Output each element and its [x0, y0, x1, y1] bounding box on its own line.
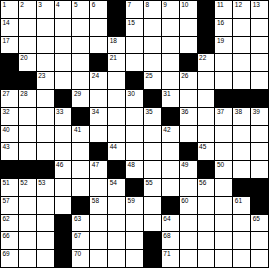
white-cell[interactable]: 37 [215, 108, 232, 125]
white-cell[interactable] [251, 126, 268, 143]
white-cell[interactable] [144, 54, 161, 71]
white-cell[interactable] [72, 19, 89, 36]
clue-number: 1 [3, 1, 7, 8]
clue-number: 57 [3, 197, 10, 204]
white-cell[interactable] [251, 19, 268, 36]
clue-number: 19 [217, 37, 224, 44]
white-cell[interactable] [251, 250, 268, 267]
black-cell [198, 161, 215, 178]
white-cell[interactable]: 71 [162, 250, 179, 267]
white-cell[interactable] [215, 179, 232, 196]
black-cell [162, 197, 179, 214]
white-cell[interactable] [215, 215, 232, 232]
white-cell[interactable] [198, 108, 215, 125]
white-cell[interactable] [251, 54, 268, 71]
white-cell[interactable] [37, 215, 54, 232]
white-cell[interactable] [72, 161, 89, 178]
white-cell[interactable] [251, 37, 268, 54]
black-cell [233, 90, 250, 107]
white-cell[interactable] [198, 232, 215, 249]
white-cell[interactable] [162, 54, 179, 71]
white-cell[interactable]: 20 [19, 54, 36, 71]
white-cell[interactable] [19, 215, 36, 232]
white-cell[interactable]: 47 [90, 161, 107, 178]
black-cell [180, 54, 197, 71]
white-cell[interactable] [215, 197, 232, 214]
black-cell [162, 108, 179, 125]
white-cell[interactable]: 12 [233, 1, 250, 18]
white-cell[interactable] [180, 19, 197, 36]
white-cell[interactable] [19, 108, 36, 125]
black-cell [144, 250, 161, 267]
white-cell[interactable] [126, 143, 143, 160]
white-cell[interactable]: 58 [90, 197, 107, 214]
white-cell[interactable] [144, 143, 161, 160]
white-cell[interactable]: 68 [162, 232, 179, 249]
white-cell[interactable] [180, 250, 197, 267]
white-cell[interactable] [233, 37, 250, 54]
clue-number: 46 [56, 161, 63, 168]
black-cell [19, 161, 36, 178]
clue-number: 14 [3, 19, 10, 26]
black-cell [126, 72, 143, 89]
white-cell[interactable]: 10 [180, 1, 197, 18]
white-cell[interactable] [108, 215, 125, 232]
white-cell[interactable] [55, 179, 72, 196]
clue-number: 58 [92, 197, 99, 204]
white-cell[interactable] [55, 54, 72, 71]
white-cell[interactable]: 28 [19, 90, 36, 107]
black-cell [55, 250, 72, 267]
white-cell[interactable] [37, 19, 54, 36]
white-cell[interactable] [90, 90, 107, 107]
white-cell[interactable] [251, 72, 268, 89]
white-cell[interactable]: 69 [1, 250, 18, 267]
white-cell[interactable] [108, 197, 125, 214]
white-cell[interactable]: 63 [72, 215, 89, 232]
clue-number: 13 [253, 1, 260, 8]
white-cell[interactable]: 64 [162, 215, 179, 232]
black-cell [72, 108, 89, 125]
white-cell[interactable] [55, 126, 72, 143]
white-cell[interactable] [215, 232, 232, 249]
clue-number: 35 [145, 108, 152, 115]
white-cell[interactable] [162, 179, 179, 196]
black-cell [198, 19, 215, 36]
black-cell [198, 37, 215, 54]
white-cell[interactable] [233, 143, 250, 160]
clue-number: 22 [199, 54, 206, 61]
clue-number: 3 [38, 1, 42, 8]
white-cell[interactable] [19, 19, 36, 36]
clue-number: 56 [199, 179, 206, 186]
clue-number: 59 [128, 197, 135, 204]
white-cell[interactable] [198, 250, 215, 267]
white-cell[interactable]: 1 [1, 1, 18, 18]
white-cell[interactable] [126, 232, 143, 249]
clue-number: 61 [235, 197, 242, 204]
white-cell[interactable] [233, 161, 250, 178]
clue-number: 69 [3, 250, 10, 257]
clue-number: 38 [235, 108, 242, 115]
clue-number: 60 [181, 197, 188, 204]
clue-number: 71 [163, 250, 170, 257]
white-cell[interactable]: 65 [251, 215, 268, 232]
white-cell[interactable] [198, 72, 215, 89]
white-cell[interactable]: 50 [215, 161, 232, 178]
white-cell[interactable] [126, 250, 143, 267]
clue-number: 17 [3, 37, 10, 44]
white-cell[interactable]: 4 [55, 1, 72, 18]
clue-number: 65 [253, 215, 260, 222]
white-cell[interactable] [233, 19, 250, 36]
white-cell[interactable] [19, 232, 36, 249]
black-cell [180, 143, 197, 160]
white-cell[interactable] [144, 126, 161, 143]
white-cell[interactable] [162, 143, 179, 160]
clue-number: 55 [145, 179, 152, 186]
white-cell[interactable] [90, 232, 107, 249]
white-cell[interactable]: 45 [198, 143, 215, 160]
black-cell [126, 179, 143, 196]
white-cell[interactable] [37, 37, 54, 54]
clue-number: 36 [181, 108, 188, 115]
white-cell[interactable]: 57 [1, 197, 18, 214]
white-cell[interactable] [72, 37, 89, 54]
white-cell[interactable]: 49 [180, 161, 197, 178]
white-cell[interactable]: 56 [198, 179, 215, 196]
clue-number: 7 [128, 1, 132, 8]
black-cell [144, 232, 161, 249]
white-cell[interactable] [215, 72, 232, 89]
white-cell[interactable] [55, 72, 72, 89]
clue-number: 41 [74, 126, 81, 133]
white-cell[interactable]: 36 [180, 108, 197, 125]
white-cell[interactable] [198, 197, 215, 214]
white-cell[interactable] [72, 72, 89, 89]
white-cell[interactable]: 32 [1, 108, 18, 125]
clue-number: 51 [3, 179, 10, 186]
clue-number: 68 [163, 232, 170, 239]
white-cell[interactable]: 43 [1, 143, 18, 160]
white-cell[interactable]: 13 [251, 1, 268, 18]
white-cell[interactable] [233, 250, 250, 267]
white-cell[interactable] [215, 54, 232, 71]
white-cell[interactable] [55, 143, 72, 160]
clue-number: 4 [56, 1, 60, 8]
white-cell[interactable] [108, 108, 125, 125]
black-cell [144, 90, 161, 107]
clue-number: 63 [74, 215, 81, 222]
white-cell[interactable]: 66 [1, 232, 18, 249]
white-cell[interactable]: 29 [72, 90, 89, 107]
white-cell[interactable] [19, 126, 36, 143]
black-cell [90, 143, 107, 160]
black-cell [1, 72, 18, 89]
white-cell[interactable]: 61 [233, 197, 250, 214]
white-cell[interactable] [126, 126, 143, 143]
white-cell[interactable] [144, 37, 161, 54]
white-cell[interactable] [108, 126, 125, 143]
white-cell[interactable] [180, 232, 197, 249]
white-cell[interactable] [37, 108, 54, 125]
white-cell[interactable] [90, 215, 107, 232]
white-cell[interactable] [233, 215, 250, 232]
white-cell[interactable]: 25 [144, 72, 161, 89]
black-cell [1, 161, 18, 178]
white-cell[interactable] [37, 126, 54, 143]
white-cell[interactable]: 3 [37, 1, 54, 18]
white-cell[interactable] [162, 72, 179, 89]
white-cell[interactable] [251, 143, 268, 160]
white-cell[interactable]: 46 [55, 161, 72, 178]
white-cell[interactable] [108, 232, 125, 249]
clue-number: 34 [92, 108, 99, 115]
white-cell[interactable]: 38 [233, 108, 250, 125]
white-cell[interactable]: 62 [1, 215, 18, 232]
black-cell [215, 90, 232, 107]
clue-number: 5 [74, 1, 78, 8]
white-cell[interactable]: 27 [1, 90, 18, 107]
black-cell [251, 90, 268, 107]
clue-number: 8 [145, 1, 149, 8]
white-cell[interactable] [55, 37, 72, 54]
white-cell[interactable]: 33 [55, 108, 72, 125]
clue-number: 67 [74, 232, 81, 239]
clue-number: 53 [38, 179, 45, 186]
white-cell[interactable] [90, 19, 107, 36]
clue-number: 45 [199, 143, 206, 150]
white-cell[interactable] [126, 108, 143, 125]
white-cell[interactable] [108, 250, 125, 267]
white-cell[interactable]: 41 [72, 126, 89, 143]
white-cell[interactable] [37, 197, 54, 214]
white-cell[interactable]: 26 [180, 72, 197, 89]
white-cell[interactable]: 70 [72, 250, 89, 267]
clue-number: 48 [128, 161, 135, 168]
white-cell[interactable] [144, 161, 161, 178]
white-cell[interactable]: 30 [126, 90, 143, 107]
white-cell[interactable]: 44 [108, 143, 125, 160]
white-cell[interactable] [37, 250, 54, 267]
white-cell[interactable]: 52 [19, 179, 36, 196]
black-cell [55, 215, 72, 232]
white-cell[interactable]: 14 [1, 19, 18, 36]
white-cell[interactable] [90, 250, 107, 267]
clue-number: 2 [20, 1, 24, 8]
white-cell[interactable]: 5 [72, 1, 89, 18]
white-cell[interactable] [90, 126, 107, 143]
white-cell[interactable]: 6 [90, 1, 107, 18]
white-cell[interactable] [180, 126, 197, 143]
white-cell[interactable]: 55 [144, 179, 161, 196]
clue-number: 9 [163, 1, 167, 8]
white-cell[interactable] [233, 232, 250, 249]
clue-number: 44 [110, 143, 117, 150]
white-cell[interactable]: 48 [126, 161, 143, 178]
white-cell[interactable]: 2 [19, 1, 36, 18]
white-cell[interactable] [198, 126, 215, 143]
white-cell[interactable] [72, 179, 89, 196]
clue-number: 10 [181, 1, 188, 8]
clue-number: 30 [128, 90, 135, 97]
white-cell[interactable] [126, 215, 143, 232]
white-cell[interactable]: 42 [162, 126, 179, 143]
clue-number: 18 [110, 37, 117, 44]
clue-number: 16 [217, 19, 224, 26]
white-cell[interactable] [55, 197, 72, 214]
white-cell[interactable]: 59 [126, 197, 143, 214]
black-cell [108, 161, 125, 178]
clue-number: 15 [128, 19, 135, 26]
white-cell[interactable] [37, 143, 54, 160]
black-cell [37, 161, 54, 178]
clue-number: 43 [3, 143, 10, 150]
black-cell [55, 90, 72, 107]
white-cell[interactable]: 22 [198, 54, 215, 71]
white-cell[interactable] [215, 250, 232, 267]
white-cell[interactable]: 21 [108, 54, 125, 71]
white-cell[interactable] [233, 72, 250, 89]
black-cell [108, 1, 125, 18]
white-cell[interactable] [37, 232, 54, 249]
white-cell[interactable]: 31 [162, 90, 179, 107]
white-cell[interactable]: 34 [90, 108, 107, 125]
white-cell[interactable] [233, 126, 250, 143]
white-cell[interactable] [37, 90, 54, 107]
white-cell[interactable] [198, 215, 215, 232]
white-cell[interactable] [180, 179, 197, 196]
white-cell[interactable]: 15 [126, 19, 143, 36]
clue-number: 64 [163, 215, 170, 222]
white-cell[interactable]: 53 [37, 179, 54, 196]
white-cell[interactable] [180, 90, 197, 107]
white-cell[interactable] [144, 197, 161, 214]
white-cell[interactable] [180, 37, 197, 54]
black-cell [55, 232, 72, 249]
clue-number: 11 [217, 1, 224, 8]
crossword-grid: 1234567891011121314151617181920212223242… [0, 0, 269, 268]
clue-number: 42 [163, 126, 170, 133]
white-cell[interactable] [108, 72, 125, 89]
clue-number: 6 [92, 1, 96, 8]
clue-number: 33 [56, 108, 63, 115]
clue-number: 37 [217, 108, 224, 115]
clue-number: 27 [3, 90, 10, 97]
white-cell[interactable] [19, 197, 36, 214]
white-cell[interactable]: 60 [180, 197, 197, 214]
clue-number: 20 [20, 54, 27, 61]
clue-number: 66 [3, 232, 10, 239]
white-cell[interactable] [72, 54, 89, 71]
white-cell[interactable]: 23 [37, 72, 54, 89]
white-cell[interactable] [126, 54, 143, 71]
white-cell[interactable]: 51 [1, 179, 18, 196]
white-cell[interactable]: 40 [1, 126, 18, 143]
white-cell[interactable]: 67 [72, 232, 89, 249]
clue-number: 32 [3, 108, 10, 115]
black-cell [108, 19, 125, 36]
white-cell[interactable] [108, 90, 125, 107]
white-cell[interactable] [72, 143, 89, 160]
clue-number: 54 [110, 179, 117, 186]
white-cell[interactable] [233, 54, 250, 71]
clue-number: 23 [38, 72, 45, 79]
clue-number: 49 [181, 161, 188, 168]
black-cell [198, 1, 215, 18]
white-cell[interactable] [215, 143, 232, 160]
white-cell[interactable]: 17 [1, 37, 18, 54]
clue-number: 52 [20, 179, 27, 186]
white-cell[interactable]: 18 [108, 37, 125, 54]
clue-number: 50 [217, 161, 224, 168]
clue-number: 29 [74, 90, 81, 97]
white-cell[interactable] [162, 37, 179, 54]
clue-number: 40 [3, 126, 10, 133]
clue-number: 21 [110, 54, 117, 61]
white-cell[interactable] [215, 126, 232, 143]
clue-number: 24 [92, 72, 99, 79]
white-cell[interactable] [37, 54, 54, 71]
clue-number: 47 [92, 161, 99, 168]
clue-number: 62 [3, 215, 10, 222]
white-cell[interactable]: 7 [126, 1, 143, 18]
clue-number: 39 [253, 108, 260, 115]
white-cell[interactable] [251, 161, 268, 178]
clue-number: 28 [20, 90, 27, 97]
white-cell[interactable]: 54 [108, 179, 125, 196]
white-cell[interactable]: 39 [251, 108, 268, 125]
white-cell[interactable]: 9 [162, 1, 179, 18]
white-cell[interactable] [251, 232, 268, 249]
clue-number: 12 [235, 1, 242, 8]
black-cell [19, 72, 36, 89]
white-cell[interactable]: 11 [215, 1, 232, 18]
white-cell[interactable] [19, 143, 36, 160]
white-cell[interactable] [180, 215, 197, 232]
white-cell[interactable] [144, 19, 161, 36]
white-cell[interactable] [19, 37, 36, 54]
black-cell [72, 197, 89, 214]
white-cell[interactable]: 35 [144, 108, 161, 125]
black-cell [233, 179, 250, 196]
white-cell[interactable]: 16 [215, 19, 232, 36]
white-cell[interactable] [90, 179, 107, 196]
clue-number: 25 [145, 72, 152, 79]
white-cell[interactable] [162, 19, 179, 36]
white-cell[interactable]: 8 [144, 1, 161, 18]
black-cell [1, 54, 18, 71]
white-cell[interactable] [19, 250, 36, 267]
clue-number: 70 [74, 250, 81, 257]
clue-number: 26 [181, 72, 188, 79]
white-cell[interactable] [144, 215, 161, 232]
white-cell[interactable]: 19 [215, 37, 232, 54]
black-cell [251, 179, 268, 196]
black-cell [90, 54, 107, 71]
white-cell[interactable] [198, 90, 215, 107]
white-cell[interactable]: 24 [90, 72, 107, 89]
white-cell[interactable] [126, 37, 143, 54]
clue-number: 31 [163, 90, 170, 97]
black-cell [251, 197, 268, 214]
white-cell[interactable] [55, 19, 72, 36]
white-cell[interactable] [162, 161, 179, 178]
white-cell[interactable] [90, 37, 107, 54]
